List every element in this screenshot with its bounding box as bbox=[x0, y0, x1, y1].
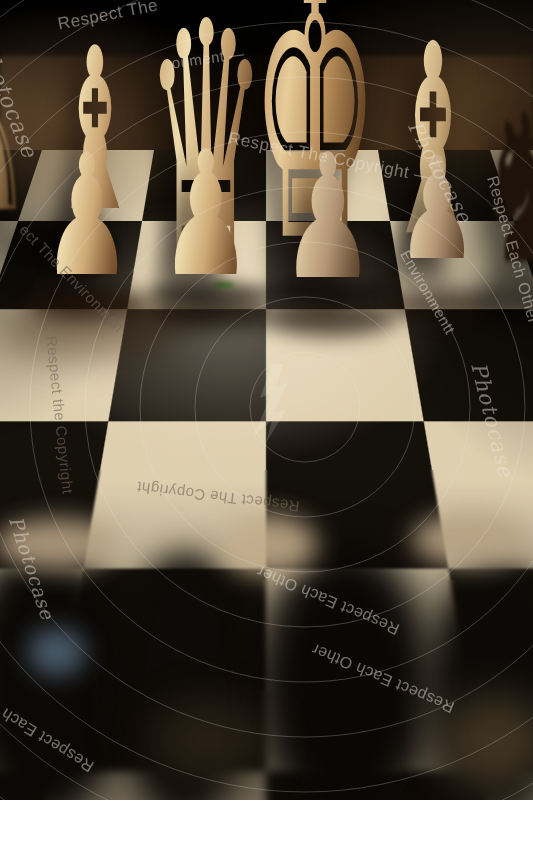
stock-photo-page: ♞♝♛♚♝♞♟♟♟♟ Respect Theonment —Respect Th… bbox=[0, 0, 533, 849]
chessboard-photo: ♞♝♛♚♝♞♟♟♟♟ Respect Theonment —Respect Th… bbox=[0, 0, 533, 800]
chessboard bbox=[0, 150, 533, 800]
board-perspective-scene bbox=[0, 0, 533, 800]
footer-bar: Photocase Good for your eyes. carl cash … bbox=[0, 800, 533, 849]
